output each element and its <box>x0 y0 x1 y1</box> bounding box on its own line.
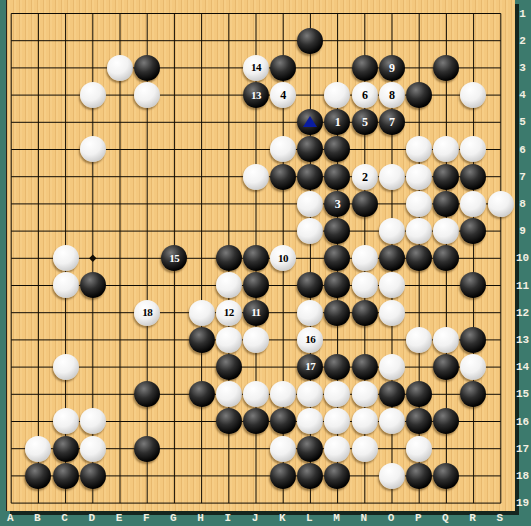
intersection-F7[interactable] <box>134 163 161 190</box>
intersection-N6[interactable] <box>351 136 378 163</box>
intersection-I13[interactable] <box>215 326 242 353</box>
intersection-I3[interactable] <box>215 54 242 81</box>
intersection-P4[interactable] <box>405 81 432 108</box>
intersection-E7[interactable] <box>106 163 133 190</box>
intersection-H3[interactable] <box>188 54 215 81</box>
intersection-O17[interactable] <box>378 435 405 462</box>
intersection-Q1[interactable] <box>433 0 460 27</box>
intersection-A2[interactable] <box>0 27 25 54</box>
intersection-E5[interactable] <box>106 109 133 136</box>
intersection-N4[interactable]: 6 <box>351 81 378 108</box>
intersection-M5[interactable]: 1 <box>324 109 351 136</box>
intersection-K8[interactable] <box>269 190 296 217</box>
intersection-N12[interactable] <box>351 299 378 326</box>
intersection-J1[interactable] <box>242 0 269 27</box>
intersection-F3[interactable] <box>134 54 161 81</box>
intersection-Q15[interactable] <box>433 381 460 408</box>
intersection-N13[interactable] <box>351 326 378 353</box>
intersection-K9[interactable] <box>269 217 296 244</box>
intersection-S1[interactable] <box>487 0 514 27</box>
intersection-F18[interactable] <box>134 462 161 489</box>
intersection-F1[interactable] <box>134 0 161 27</box>
intersection-L1[interactable] <box>297 0 324 27</box>
intersection-K10[interactable]: 10 <box>269 245 296 272</box>
intersection-C4[interactable] <box>52 81 79 108</box>
intersection-C7[interactable] <box>52 163 79 190</box>
intersection-D3[interactable] <box>79 54 106 81</box>
intersection-I9[interactable] <box>215 217 242 244</box>
intersection-O9[interactable] <box>378 217 405 244</box>
intersection-E12[interactable] <box>106 299 133 326</box>
intersection-N2[interactable] <box>351 27 378 54</box>
intersection-D11[interactable] <box>79 272 106 299</box>
intersection-D8[interactable] <box>79 190 106 217</box>
intersection-D7[interactable] <box>79 163 106 190</box>
intersection-S7[interactable] <box>487 163 514 190</box>
intersection-P16[interactable] <box>405 408 432 435</box>
intersection-S11[interactable] <box>487 272 514 299</box>
intersection-D17[interactable] <box>79 435 106 462</box>
intersection-O6[interactable] <box>378 136 405 163</box>
intersection-L18[interactable] <box>297 462 324 489</box>
intersection-H12[interactable] <box>188 299 215 326</box>
intersection-D4[interactable] <box>79 81 106 108</box>
intersection-J14[interactable] <box>242 353 269 380</box>
intersection-J7[interactable] <box>242 163 269 190</box>
intersection-M1[interactable] <box>324 0 351 27</box>
intersection-Q8[interactable] <box>433 190 460 217</box>
intersection-R17[interactable] <box>460 435 487 462</box>
intersection-L16[interactable] <box>297 408 324 435</box>
intersection-R3[interactable] <box>460 54 487 81</box>
intersection-M12[interactable] <box>324 299 351 326</box>
intersection-D10[interactable] <box>79 245 106 272</box>
intersection-R8[interactable] <box>460 190 487 217</box>
intersection-L15[interactable] <box>297 381 324 408</box>
intersection-D9[interactable] <box>79 217 106 244</box>
intersection-J6[interactable] <box>242 136 269 163</box>
intersection-M16[interactable] <box>324 408 351 435</box>
intersection-H11[interactable] <box>188 272 215 299</box>
intersection-J8[interactable] <box>242 190 269 217</box>
intersection-F16[interactable] <box>134 408 161 435</box>
intersection-G5[interactable] <box>161 109 188 136</box>
intersection-B13[interactable] <box>25 326 52 353</box>
intersection-O1[interactable] <box>378 0 405 27</box>
intersection-R18[interactable] <box>460 462 487 489</box>
intersection-E6[interactable] <box>106 136 133 163</box>
intersection-B1[interactable] <box>25 0 52 27</box>
intersection-O8[interactable] <box>378 190 405 217</box>
intersection-E8[interactable] <box>106 190 133 217</box>
intersection-E13[interactable] <box>106 326 133 353</box>
intersection-L4[interactable] <box>297 81 324 108</box>
intersection-C3[interactable] <box>52 54 79 81</box>
intersection-O5[interactable]: 7 <box>378 109 405 136</box>
intersection-G3[interactable] <box>161 54 188 81</box>
intersection-P1[interactable] <box>405 0 432 27</box>
intersection-D12[interactable] <box>79 299 106 326</box>
intersection-A3[interactable] <box>0 54 25 81</box>
intersection-R2[interactable] <box>460 27 487 54</box>
intersection-Q5[interactable] <box>433 109 460 136</box>
intersection-D2[interactable] <box>79 27 106 54</box>
intersection-E4[interactable] <box>106 81 133 108</box>
intersection-O11[interactable] <box>378 272 405 299</box>
intersection-J11[interactable] <box>242 272 269 299</box>
intersection-M13[interactable] <box>324 326 351 353</box>
intersection-R1[interactable] <box>460 0 487 27</box>
intersection-E3[interactable] <box>106 54 133 81</box>
intersection-A17[interactable] <box>0 435 25 462</box>
intersection-J13[interactable] <box>242 326 269 353</box>
intersection-J16[interactable] <box>242 408 269 435</box>
intersection-L11[interactable] <box>297 272 324 299</box>
intersection-A15[interactable] <box>0 381 25 408</box>
intersection-S12[interactable] <box>487 299 514 326</box>
intersection-P5[interactable] <box>405 109 432 136</box>
intersection-N17[interactable] <box>351 435 378 462</box>
intersection-P3[interactable] <box>405 54 432 81</box>
intersection-F15[interactable] <box>134 381 161 408</box>
intersection-A4[interactable] <box>0 81 25 108</box>
intersection-A9[interactable] <box>0 217 25 244</box>
intersection-S16[interactable] <box>487 408 514 435</box>
intersection-C14[interactable] <box>52 353 79 380</box>
intersection-S17[interactable] <box>487 435 514 462</box>
intersection-K14[interactable] <box>269 353 296 380</box>
intersection-I11[interactable] <box>215 272 242 299</box>
intersection-N18[interactable] <box>351 462 378 489</box>
intersection-Q16[interactable] <box>433 408 460 435</box>
intersection-H5[interactable] <box>188 109 215 136</box>
intersection-A8[interactable] <box>0 190 25 217</box>
intersection-Q17[interactable] <box>433 435 460 462</box>
intersection-G6[interactable] <box>161 136 188 163</box>
intersection-O13[interactable] <box>378 326 405 353</box>
intersection-K6[interactable] <box>269 136 296 163</box>
intersection-B7[interactable] <box>25 163 52 190</box>
intersection-R14[interactable] <box>460 353 487 380</box>
intersection-A16[interactable] <box>0 408 25 435</box>
intersection-H15[interactable] <box>188 381 215 408</box>
intersection-B10[interactable] <box>25 245 52 272</box>
intersection-K1[interactable] <box>269 0 296 27</box>
intersection-P12[interactable] <box>405 299 432 326</box>
intersection-J12[interactable]: 11 <box>242 299 269 326</box>
intersection-O7[interactable] <box>378 163 405 190</box>
intersection-F4[interactable] <box>134 81 161 108</box>
intersection-K7[interactable] <box>269 163 296 190</box>
intersection-M10[interactable] <box>324 245 351 272</box>
intersection-H10[interactable] <box>188 245 215 272</box>
intersection-C11[interactable] <box>52 272 79 299</box>
intersection-E1[interactable] <box>106 0 133 27</box>
intersection-M2[interactable] <box>324 27 351 54</box>
intersection-B18[interactable] <box>25 462 52 489</box>
intersection-N9[interactable] <box>351 217 378 244</box>
intersection-K5[interactable] <box>269 109 296 136</box>
intersection-A12[interactable] <box>0 299 25 326</box>
intersection-K18[interactable] <box>269 462 296 489</box>
intersection-I8[interactable] <box>215 190 242 217</box>
intersection-I12[interactable]: 12 <box>215 299 242 326</box>
intersection-Q13[interactable] <box>433 326 460 353</box>
intersection-G17[interactable] <box>161 435 188 462</box>
intersection-S4[interactable] <box>487 81 514 108</box>
intersection-F8[interactable] <box>134 190 161 217</box>
intersection-R10[interactable] <box>460 245 487 272</box>
intersection-E9[interactable] <box>106 217 133 244</box>
intersection-N7[interactable]: 2 <box>351 163 378 190</box>
intersection-Q7[interactable] <box>433 163 460 190</box>
intersection-B9[interactable] <box>25 217 52 244</box>
intersection-A1[interactable] <box>0 0 25 27</box>
intersection-G14[interactable] <box>161 353 188 380</box>
intersection-P17[interactable] <box>405 435 432 462</box>
intersection-N14[interactable] <box>351 353 378 380</box>
intersection-H9[interactable] <box>188 217 215 244</box>
intersection-N5[interactable]: 5 <box>351 109 378 136</box>
intersection-J10[interactable] <box>242 245 269 272</box>
intersection-K16[interactable] <box>269 408 296 435</box>
intersection-I14[interactable] <box>215 353 242 380</box>
intersection-I6[interactable] <box>215 136 242 163</box>
intersection-B11[interactable] <box>25 272 52 299</box>
intersection-M11[interactable] <box>324 272 351 299</box>
intersection-G15[interactable] <box>161 381 188 408</box>
intersection-Q9[interactable] <box>433 217 460 244</box>
intersection-R5[interactable] <box>460 109 487 136</box>
intersection-S5[interactable] <box>487 109 514 136</box>
intersection-F10[interactable] <box>134 245 161 272</box>
intersection-C15[interactable] <box>52 381 79 408</box>
intersection-S9[interactable] <box>487 217 514 244</box>
intersection-N15[interactable] <box>351 381 378 408</box>
intersection-K3[interactable] <box>269 54 296 81</box>
intersection-D14[interactable] <box>79 353 106 380</box>
intersection-N3[interactable] <box>351 54 378 81</box>
intersection-R9[interactable] <box>460 217 487 244</box>
intersection-K15[interactable] <box>269 381 296 408</box>
intersection-S10[interactable] <box>487 245 514 272</box>
intersection-K12[interactable] <box>269 299 296 326</box>
intersection-C2[interactable] <box>52 27 79 54</box>
intersection-R12[interactable] <box>460 299 487 326</box>
intersection-J2[interactable] <box>242 27 269 54</box>
intersection-K11[interactable] <box>269 272 296 299</box>
intersection-J3[interactable]: 14 <box>242 54 269 81</box>
intersection-C5[interactable] <box>52 109 79 136</box>
intersection-M8[interactable]: 3 <box>324 190 351 217</box>
intersection-E15[interactable] <box>106 381 133 408</box>
intersection-H17[interactable] <box>188 435 215 462</box>
intersection-H1[interactable] <box>188 0 215 27</box>
intersection-P11[interactable] <box>405 272 432 299</box>
intersection-B3[interactable] <box>25 54 52 81</box>
intersection-F5[interactable] <box>134 109 161 136</box>
intersection-H18[interactable] <box>188 462 215 489</box>
intersection-F9[interactable] <box>134 217 161 244</box>
intersection-F11[interactable] <box>134 272 161 299</box>
intersection-S13[interactable] <box>487 326 514 353</box>
intersection-J4[interactable]: 13 <box>242 81 269 108</box>
intersection-C9[interactable] <box>52 217 79 244</box>
intersection-I7[interactable] <box>215 163 242 190</box>
intersection-O16[interactable] <box>378 408 405 435</box>
intersection-M4[interactable] <box>324 81 351 108</box>
intersection-F2[interactable] <box>134 27 161 54</box>
intersection-A7[interactable] <box>0 163 25 190</box>
intersection-G13[interactable] <box>161 326 188 353</box>
intersection-O15[interactable] <box>378 381 405 408</box>
intersection-E17[interactable] <box>106 435 133 462</box>
intersection-B2[interactable] <box>25 27 52 54</box>
intersection-M18[interactable] <box>324 462 351 489</box>
intersection-Q11[interactable] <box>433 272 460 299</box>
intersection-F14[interactable] <box>134 353 161 380</box>
intersection-N8[interactable] <box>351 190 378 217</box>
intersection-K2[interactable] <box>269 27 296 54</box>
intersection-G16[interactable] <box>161 408 188 435</box>
intersection-O14[interactable] <box>378 353 405 380</box>
intersection-H13[interactable] <box>188 326 215 353</box>
intersection-S3[interactable] <box>487 54 514 81</box>
intersection-L2[interactable] <box>297 27 324 54</box>
intersection-R13[interactable] <box>460 326 487 353</box>
intersection-B5[interactable] <box>25 109 52 136</box>
intersection-M17[interactable] <box>324 435 351 462</box>
intersection-L6[interactable] <box>297 136 324 163</box>
intersection-B6[interactable] <box>25 136 52 163</box>
intersection-J15[interactable] <box>242 381 269 408</box>
intersection-B12[interactable] <box>25 299 52 326</box>
intersection-L9[interactable] <box>297 217 324 244</box>
intersection-I16[interactable] <box>215 408 242 435</box>
intersection-F13[interactable] <box>134 326 161 353</box>
intersection-B16[interactable] <box>25 408 52 435</box>
intersection-Q18[interactable] <box>433 462 460 489</box>
intersection-M15[interactable] <box>324 381 351 408</box>
intersection-S14[interactable] <box>487 353 514 380</box>
intersection-O4[interactable]: 8 <box>378 81 405 108</box>
intersection-L17[interactable] <box>297 435 324 462</box>
intersection-S2[interactable] <box>487 27 514 54</box>
intersection-M9[interactable] <box>324 217 351 244</box>
intersection-C13[interactable] <box>52 326 79 353</box>
intersection-B15[interactable] <box>25 381 52 408</box>
intersection-O12[interactable] <box>378 299 405 326</box>
intersection-I2[interactable] <box>215 27 242 54</box>
intersection-A6[interactable] <box>0 136 25 163</box>
intersection-H16[interactable] <box>188 408 215 435</box>
intersection-G4[interactable] <box>161 81 188 108</box>
intersection-H2[interactable] <box>188 27 215 54</box>
intersection-N11[interactable] <box>351 272 378 299</box>
intersection-Q14[interactable] <box>433 353 460 380</box>
intersection-B17[interactable] <box>25 435 52 462</box>
intersection-E14[interactable] <box>106 353 133 380</box>
intersection-R7[interactable] <box>460 163 487 190</box>
intersection-E10[interactable] <box>106 245 133 272</box>
intersection-G18[interactable] <box>161 462 188 489</box>
intersection-K4[interactable]: 4 <box>269 81 296 108</box>
intersection-A5[interactable] <box>0 109 25 136</box>
intersection-L12[interactable] <box>297 299 324 326</box>
intersection-K13[interactable] <box>269 326 296 353</box>
intersection-O2[interactable] <box>378 27 405 54</box>
intersection-L14[interactable]: 17 <box>297 353 324 380</box>
intersection-R4[interactable] <box>460 81 487 108</box>
intersection-E2[interactable] <box>106 27 133 54</box>
intersection-P9[interactable] <box>405 217 432 244</box>
intersection-Q3[interactable] <box>433 54 460 81</box>
intersection-S15[interactable] <box>487 381 514 408</box>
intersection-C18[interactable] <box>52 462 79 489</box>
intersection-A11[interactable] <box>0 272 25 299</box>
intersection-H6[interactable] <box>188 136 215 163</box>
intersection-L8[interactable] <box>297 190 324 217</box>
intersection-L3[interactable] <box>297 54 324 81</box>
intersection-N16[interactable] <box>351 408 378 435</box>
intersection-S6[interactable] <box>487 136 514 163</box>
intersection-I4[interactable] <box>215 81 242 108</box>
intersection-S8[interactable] <box>487 190 514 217</box>
intersection-C16[interactable] <box>52 408 79 435</box>
intersection-R11[interactable] <box>460 272 487 299</box>
intersection-B14[interactable] <box>25 353 52 380</box>
intersection-I18[interactable] <box>215 462 242 489</box>
intersection-C8[interactable] <box>52 190 79 217</box>
intersection-F12[interactable]: 18 <box>134 299 161 326</box>
intersection-J9[interactable] <box>242 217 269 244</box>
intersection-J18[interactable] <box>242 462 269 489</box>
intersection-M7[interactable] <box>324 163 351 190</box>
intersection-Q10[interactable] <box>433 245 460 272</box>
intersection-H7[interactable] <box>188 163 215 190</box>
intersection-F17[interactable] <box>134 435 161 462</box>
intersection-I15[interactable] <box>215 381 242 408</box>
intersection-A18[interactable] <box>0 462 25 489</box>
intersection-G8[interactable] <box>161 190 188 217</box>
intersection-Q2[interactable] <box>433 27 460 54</box>
intersection-P15[interactable] <box>405 381 432 408</box>
intersection-Q12[interactable] <box>433 299 460 326</box>
intersection-I10[interactable] <box>215 245 242 272</box>
intersection-E16[interactable] <box>106 408 133 435</box>
intersection-A13[interactable] <box>0 326 25 353</box>
intersection-O3[interactable]: 9 <box>378 54 405 81</box>
intersection-G1[interactable] <box>161 0 188 27</box>
intersection-G2[interactable] <box>161 27 188 54</box>
intersection-P10[interactable] <box>405 245 432 272</box>
intersection-H4[interactable] <box>188 81 215 108</box>
intersection-P2[interactable] <box>405 27 432 54</box>
intersection-R16[interactable] <box>460 408 487 435</box>
intersection-D6[interactable] <box>79 136 106 163</box>
intersection-I17[interactable] <box>215 435 242 462</box>
intersection-S18[interactable] <box>487 462 514 489</box>
intersection-E11[interactable] <box>106 272 133 299</box>
intersection-P8[interactable] <box>405 190 432 217</box>
intersection-P14[interactable] <box>405 353 432 380</box>
intersection-N1[interactable] <box>351 0 378 27</box>
intersection-H14[interactable] <box>188 353 215 380</box>
intersection-Q4[interactable] <box>433 81 460 108</box>
intersection-D13[interactable] <box>79 326 106 353</box>
intersection-M6[interactable] <box>324 136 351 163</box>
intersection-P13[interactable] <box>405 326 432 353</box>
